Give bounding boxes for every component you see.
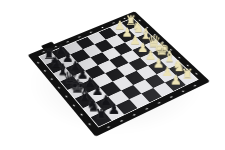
scene: ♜♞♝♛♚♝♞♜♟♟♟♟♟♟♟♟♟♟♟♟♟♟♟♟♜♞♝♛♚♝♞♜ bbox=[0, 0, 225, 150]
chess-piece-glyph: ♟ bbox=[163, 74, 188, 87]
